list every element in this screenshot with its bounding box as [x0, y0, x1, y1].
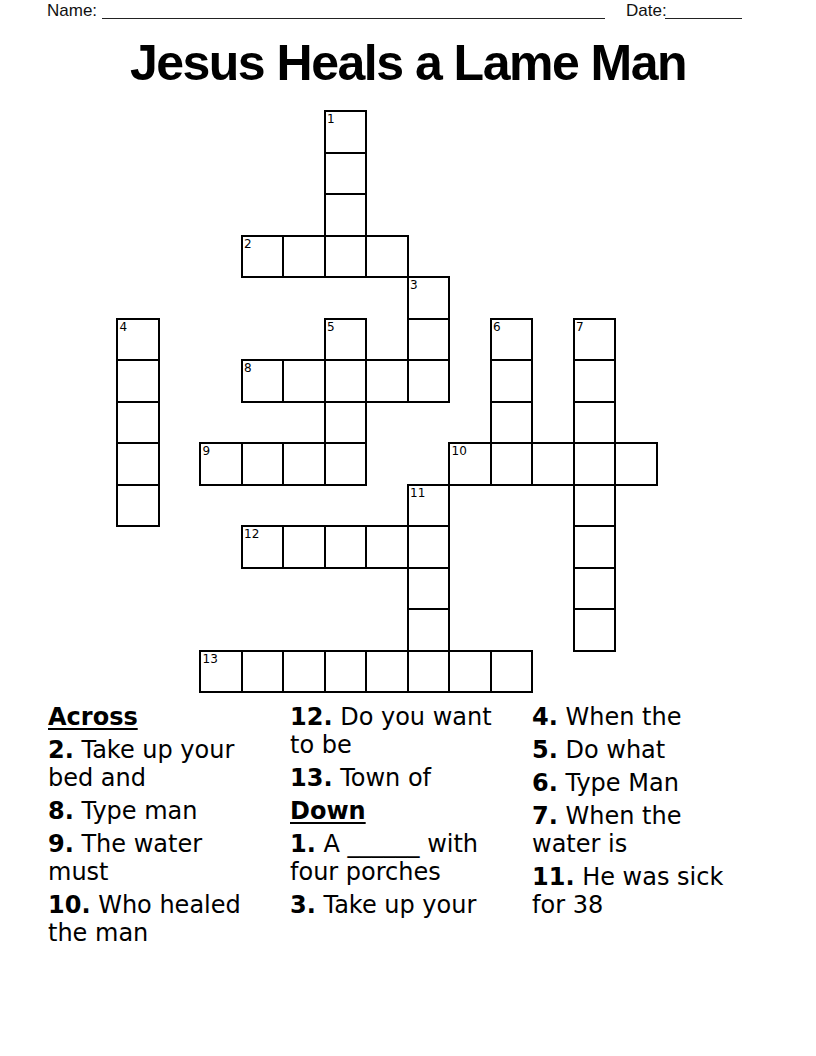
cell-number-3: 3 — [410, 279, 418, 291]
grid-cell-r7-c5[interactable] — [325, 402, 367, 444]
clue-text: Take up your bed and — [48, 736, 234, 792]
grid-cell-r8-c11[interactable] — [574, 443, 616, 485]
clue-number: 9. — [48, 830, 74, 858]
grid-cell-r9-c0[interactable] — [117, 485, 159, 527]
page-title: Jesus Heals a Lame Man — [0, 34, 816, 92]
clue-down-4: 4. When the — [532, 703, 728, 731]
grid-cell-r6-c11[interactable] — [574, 360, 616, 402]
grid-cell-r10-c5[interactable] — [325, 526, 367, 568]
clue-across-2: 2. Take up your bed and — [48, 736, 253, 792]
clue-number: 12. — [290, 703, 333, 731]
crossword-grid: 12345678910111213 — [117, 111, 657, 693]
clues-column-1: Across 2. Take up your bed and8. Type ma… — [48, 703, 253, 952]
grid-cell-r7-c9[interactable] — [491, 402, 533, 444]
clue-across-10: 10. Who healed the man — [48, 891, 253, 947]
clue-down-11: 11. He was sick for 38 — [532, 863, 728, 919]
name-field[interactable] — [102, 1, 605, 19]
cell-number-2: 2 — [244, 238, 252, 250]
cell-number-4: 4 — [120, 321, 128, 333]
cell-number-11: 11 — [410, 487, 425, 499]
cell-number-7: 7 — [576, 321, 584, 333]
grid-cell-r8-c12[interactable] — [615, 443, 657, 485]
grid-cell-r8-c4[interactable] — [283, 443, 325, 485]
grid-cell-r6-c6[interactable] — [366, 360, 408, 402]
grid-cell-r7-c11[interactable] — [574, 402, 616, 444]
grid-cell-r13-c4[interactable] — [283, 651, 325, 693]
across-header: Across — [48, 703, 253, 731]
clue-across-13: 13. Town of — [290, 764, 510, 792]
grid-cell-r8-c10[interactable] — [532, 443, 574, 485]
grid-cell-r6-c4[interactable] — [283, 360, 325, 402]
name-label: Name: — [47, 1, 97, 21]
grid-cell-r1-c5[interactable] — [325, 153, 367, 195]
clue-number: 11. — [532, 863, 575, 891]
grid-cell-r10-c7[interactable] — [408, 526, 450, 568]
grid-cell-r6-c9[interactable] — [491, 360, 533, 402]
clue-number: 6. — [532, 769, 558, 797]
clue-text: When the — [558, 703, 682, 731]
clue-down-5: 5. Do what — [532, 736, 728, 764]
date-field[interactable] — [665, 1, 742, 19]
clue-down-6: 6. Type Man — [532, 769, 728, 797]
grid-cell-r3-c5[interactable] — [325, 236, 367, 278]
clue-text: Do what — [558, 736, 665, 764]
clue-number: 1. — [290, 830, 316, 858]
cell-number-5: 5 — [327, 321, 335, 333]
grid-cell-r13-c3[interactable] — [242, 651, 284, 693]
grid-cell-r7-c0[interactable] — [117, 402, 159, 444]
grid-cell-r6-c7[interactable] — [408, 360, 450, 402]
cell-number-8: 8 — [244, 362, 252, 374]
cell-number-10: 10 — [452, 445, 467, 457]
clue-text: Type Man — [558, 769, 679, 797]
clue-down-3: 3. Take up your — [290, 891, 510, 919]
clue-text: Type man — [74, 797, 198, 825]
clue-number: 2. — [48, 736, 74, 764]
cell-number-13: 13 — [203, 653, 218, 665]
grid-cell-r6-c0[interactable] — [117, 360, 159, 402]
grid-cell-r5-c7[interactable] — [408, 319, 450, 361]
grid-cell-r10-c11[interactable] — [574, 526, 616, 568]
grid-cell-r11-c7[interactable] — [408, 568, 450, 610]
worksheet-page: { "page": { "name_label": "Name:", "date… — [0, 0, 816, 1056]
grid-cell-r8-c9[interactable] — [491, 443, 533, 485]
clue-across-8: 8. Type man — [48, 797, 253, 825]
grid-cell-r8-c0[interactable] — [117, 443, 159, 485]
grid-cell-r3-c6[interactable] — [366, 236, 408, 278]
grid-cell-r13-c9[interactable] — [491, 651, 533, 693]
clue-across-9: 9. The water must — [48, 830, 253, 886]
grid-cell-r2-c5[interactable] — [325, 194, 367, 236]
grid-cell-r11-c11[interactable] — [574, 568, 616, 610]
clue-number: 7. — [532, 802, 558, 830]
grid-cell-r8-c5[interactable] — [325, 443, 367, 485]
grid-cell-r6-c5[interactable] — [325, 360, 367, 402]
cell-number-12: 12 — [244, 528, 259, 540]
grid-cell-r12-c11[interactable] — [574, 609, 616, 651]
grid-cell-r13-c8[interactable] — [449, 651, 491, 693]
grid-cell-r9-c11[interactable] — [574, 485, 616, 527]
clue-number: 4. — [532, 703, 558, 731]
clue-down-1: 1. A ______ with four porches — [290, 830, 510, 886]
down-header: Down — [290, 797, 510, 825]
clue-number: 8. — [48, 797, 74, 825]
clues-column-3: 4. When the5. Do what6. Type Man7. When … — [532, 703, 728, 924]
cell-number-1: 1 — [327, 113, 335, 125]
grid-cell-r3-c4[interactable] — [283, 236, 325, 278]
clue-number: 13. — [290, 764, 333, 792]
clue-number: 5. — [532, 736, 558, 764]
cell-number-9: 9 — [203, 445, 211, 457]
grid-cell-r13-c7[interactable] — [408, 651, 450, 693]
clue-text: Town of — [333, 764, 432, 792]
clue-text: Take up your — [316, 891, 477, 919]
grid-cell-r10-c4[interactable] — [283, 526, 325, 568]
grid-cell-r8-c3[interactable] — [242, 443, 284, 485]
grid-cell-r13-c5[interactable] — [325, 651, 367, 693]
clue-text: A ______ with four porches — [290, 830, 478, 886]
clue-number: 3. — [290, 891, 316, 919]
clue-number: 10. — [48, 891, 91, 919]
cell-number-6: 6 — [493, 321, 501, 333]
clue-across-12: 12. Do you want to be — [290, 703, 510, 759]
clue-down-7: 7. When the water is — [532, 802, 728, 858]
grid-cell-r13-c6[interactable] — [366, 651, 408, 693]
clues-column-2: 12. Do you want to be13. Town ofDown 1. … — [290, 703, 510, 924]
grid-cell-r10-c6[interactable] — [366, 526, 408, 568]
grid-cell-r12-c7[interactable] — [408, 609, 450, 651]
date-label: Date: — [626, 1, 667, 21]
